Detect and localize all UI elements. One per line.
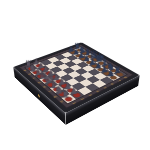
- file-label: d: [37, 81, 42, 84]
- file-label: h: [59, 100, 65, 103]
- file-label: g: [53, 95, 58, 98]
- file-label: c: [32, 77, 37, 79]
- scene: ♜♞♝♛♚♝♞♜♟♟♟♟♟♟♟♟♟♟♟♟♟♟♟♟♜♞♝♛♚♝♞♜ abcdefg…: [0, 0, 150, 150]
- file-label: b: [27, 73, 32, 76]
- file-label: e: [42, 86, 47, 89]
- rank-label: 3: [88, 94, 93, 97]
- drawer-knob[interactable]: [38, 94, 40, 98]
- black-pawn[interactable]: ♟: [106, 70, 115, 78]
- chess-set-photo: ♜♞♝♛♚♝♞♜♟♟♟♟♟♟♟♟♟♟♟♟♟♟♟♟♜♞♝♛♚♝♞♜ abcdefg…: [0, 0, 150, 150]
- rank-label: 5: [103, 86, 108, 89]
- case-top: ♜♞♝♛♚♝♞♜♟♟♟♟♟♟♟♟♟♟♟♟♟♟♟♟♜♞♝♛♚♝♞♜ abcdefg…: [13, 42, 139, 113]
- file-label: a: [22, 69, 27, 71]
- rank-label: 8: [123, 76, 128, 79]
- rank-label: 4: [95, 90, 100, 93]
- rank-label: 7: [117, 79, 122, 82]
- rank-label: 6: [110, 83, 115, 86]
- board-frame: ♜♞♝♛♚♝♞♜♟♟♟♟♟♟♟♟♟♟♟♟♟♟♟♟♜♞♝♛♚♝♞♜ abcdefg…: [19, 45, 134, 109]
- white-rook[interactable]: ♜: [60, 90, 70, 100]
- file-label: f: [47, 90, 52, 92]
- rank-label: 1: [71, 101, 77, 104]
- rank-label: 2: [80, 97, 85, 100]
